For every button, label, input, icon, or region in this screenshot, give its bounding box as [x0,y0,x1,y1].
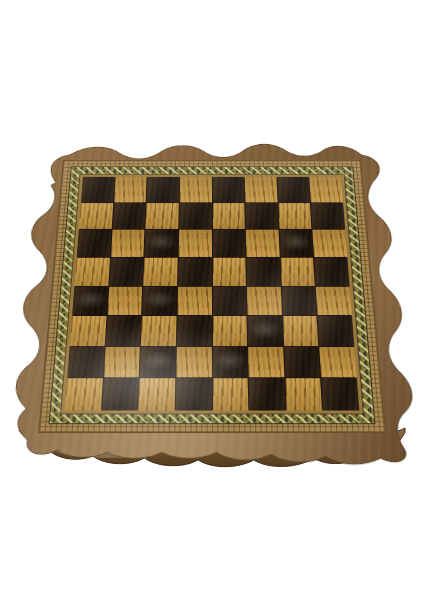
square-r3c2[interactable] [111,230,145,257]
square-r8c8[interactable] [322,379,360,411]
square-r4c4[interactable] [178,258,212,286]
square-r2c2[interactable] [112,203,145,229]
square-r1c5[interactable] [212,177,244,202]
square-r4c5[interactable] [212,258,246,286]
square-r8c2[interactable] [102,379,139,411]
square-r1c2[interactable] [114,177,147,202]
square-r7c6[interactable] [248,347,284,378]
square-r6c2[interactable] [105,316,141,346]
square-r2c3[interactable] [146,203,179,229]
gold-dentil-border [39,161,385,432]
square-r4c3[interactable] [143,258,177,286]
square-r7c2[interactable] [104,347,141,378]
square-r3c3[interactable] [145,230,179,257]
square-r5c7[interactable] [282,286,317,315]
square-r7c4[interactable] [176,347,211,378]
square-r6c1[interactable] [70,316,106,346]
square-r8c7[interactable] [285,379,322,411]
square-r6c7[interactable] [283,316,319,346]
square-r6c3[interactable] [141,316,176,346]
square-r4c8[interactable] [314,258,349,286]
square-r7c7[interactable] [284,347,321,378]
square-r6c5[interactable] [213,316,248,346]
square-r1c7[interactable] [277,177,310,202]
chessboard-photo-scene [0,0,424,600]
square-r3c1[interactable] [77,230,112,257]
square-r7c8[interactable] [320,347,357,378]
square-r3c8[interactable] [313,230,348,257]
square-r8c1[interactable] [65,379,103,411]
square-r6c6[interactable] [248,316,283,346]
square-r3c7[interactable] [279,230,313,257]
square-r1c8[interactable] [310,177,343,202]
board-grid [65,177,360,411]
square-r7c5[interactable] [213,347,248,378]
square-r1c4[interactable] [180,177,212,202]
inner-gold-frame [61,175,363,414]
square-r5c5[interactable] [212,286,246,315]
square-r5c6[interactable] [247,286,282,315]
square-r6c4[interactable] [177,316,212,346]
square-r8c4[interactable] [176,379,212,411]
square-r3c4[interactable] [179,230,212,257]
square-r7c3[interactable] [140,347,176,378]
square-r1c1[interactable] [81,177,114,202]
square-r1c3[interactable] [147,177,179,202]
square-r4c7[interactable] [280,258,315,286]
square-r4c6[interactable] [246,258,280,286]
chess-board [0,136,424,478]
square-r2c1[interactable] [79,203,113,229]
square-r2c4[interactable] [179,203,211,229]
square-r2c8[interactable] [311,203,345,229]
square-r5c4[interactable] [177,286,211,315]
square-r2c5[interactable] [212,203,244,229]
square-r1c6[interactable] [245,177,277,202]
square-r3c6[interactable] [246,230,280,257]
square-r4c2[interactable] [109,258,144,286]
square-r5c2[interactable] [107,286,142,315]
square-r8c3[interactable] [139,379,176,411]
square-r5c1[interactable] [72,286,108,315]
square-r2c6[interactable] [245,203,278,229]
square-r7c1[interactable] [67,347,104,378]
square-r8c6[interactable] [249,379,286,411]
square-r8c5[interactable] [213,379,249,411]
square-r6c8[interactable] [318,316,354,346]
square-r4c1[interactable] [74,258,109,286]
square-r3c5[interactable] [212,230,245,257]
square-r5c8[interactable] [316,286,352,315]
square-r2c7[interactable] [278,203,311,229]
mosaic-inlay-border [50,167,375,423]
square-r5c3[interactable] [142,286,177,315]
